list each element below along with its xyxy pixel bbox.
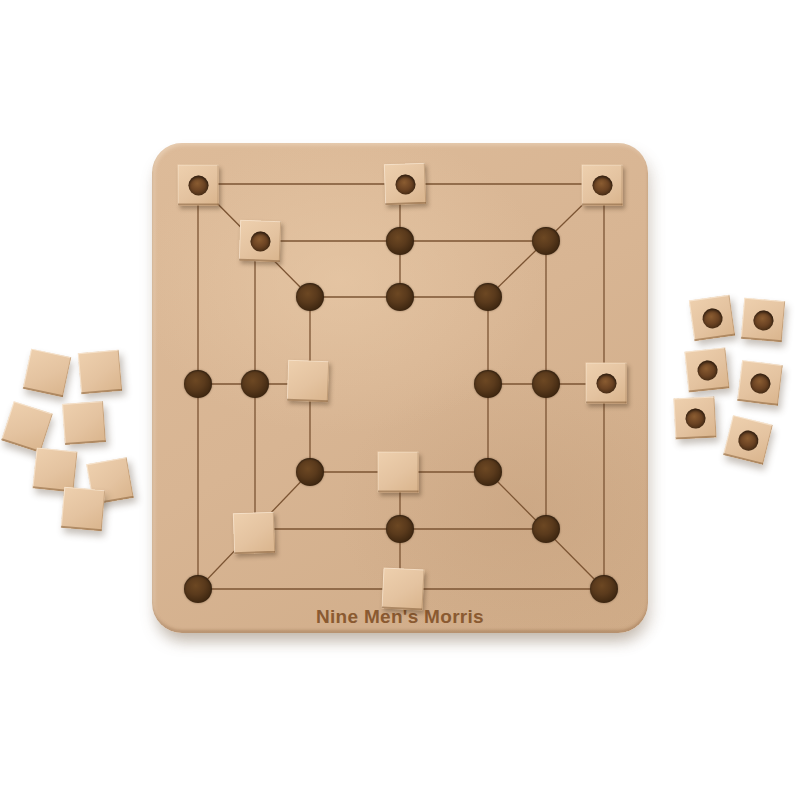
point-f2[interactable]	[532, 515, 560, 543]
point-f4[interactable]	[532, 370, 560, 398]
point-d5[interactable]	[386, 283, 414, 311]
loose-piece-plain-3[interactable]	[1, 401, 53, 453]
drilled-hole	[736, 428, 760, 452]
board: Nine Men's Morris	[152, 143, 648, 633]
loose-piece-hole-4[interactable]	[737, 360, 783, 406]
loose-piece-plain-1[interactable]	[23, 349, 72, 398]
point-f6[interactable]	[532, 227, 560, 255]
loose-piece-hole-3[interactable]	[684, 347, 729, 392]
board-lines	[152, 143, 648, 633]
point-d2[interactable]	[386, 515, 414, 543]
point-g1[interactable]	[590, 575, 618, 603]
point-b4[interactable]	[241, 370, 269, 398]
drilled-hole	[749, 372, 771, 394]
drilled-hole	[684, 407, 705, 428]
point-e4[interactable]	[474, 370, 502, 398]
drilled-hole	[596, 373, 616, 393]
loose-piece-plain-7[interactable]	[61, 487, 105, 531]
point-c3[interactable]	[296, 458, 324, 486]
piece-hole-on-g7[interactable]	[582, 165, 623, 206]
piece-hole-on-a7[interactable]	[178, 165, 219, 206]
loose-piece-hole-6[interactable]	[723, 415, 773, 465]
piece-plain-on-d1[interactable]	[381, 567, 424, 610]
drilled-hole	[752, 309, 774, 331]
piece-plain-on-d3[interactable]	[378, 452, 419, 493]
drilled-hole	[701, 307, 724, 330]
piece-hole-on-b6[interactable]	[239, 220, 281, 262]
point-d6[interactable]	[386, 227, 414, 255]
point-e5[interactable]	[474, 283, 502, 311]
piece-plain-on-b2[interactable]	[233, 512, 275, 554]
loose-piece-plain-2[interactable]	[78, 350, 122, 394]
loose-piece-plain-5[interactable]	[32, 447, 77, 492]
piece-hole-on-d7[interactable]	[384, 163, 426, 205]
point-a1[interactable]	[184, 575, 212, 603]
loose-piece-hole-5[interactable]	[673, 396, 716, 439]
loose-piece-hole-2[interactable]	[741, 298, 785, 342]
photo-canvas: Nine Men's Morris	[0, 0, 800, 800]
piece-hole-on-g4[interactable]	[586, 363, 627, 404]
loose-piece-hole-1[interactable]	[689, 295, 735, 341]
piece-plain-on-c4[interactable]	[287, 360, 329, 402]
point-e3[interactable]	[474, 458, 502, 486]
drilled-hole	[592, 175, 612, 195]
point-c5[interactable]	[296, 283, 324, 311]
point-a4[interactable]	[184, 370, 212, 398]
drilled-hole	[250, 231, 271, 252]
drilled-hole	[188, 175, 208, 195]
drilled-hole	[696, 359, 718, 381]
loose-piece-plain-4[interactable]	[62, 401, 106, 445]
drilled-hole	[395, 174, 416, 195]
